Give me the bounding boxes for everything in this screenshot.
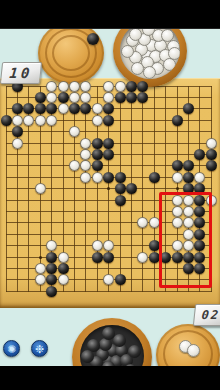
black-stone — [103, 149, 114, 160]
white-stone — [103, 274, 114, 285]
black-stone — [103, 138, 114, 149]
white-stone — [35, 115, 46, 126]
white-stone — [46, 240, 57, 251]
black-stone-on-lid — [87, 33, 99, 45]
white-stone — [92, 172, 103, 183]
black-stone — [46, 252, 57, 263]
white-stone — [80, 81, 91, 92]
black-stone — [92, 149, 103, 160]
white-stone — [194, 172, 205, 183]
black-stone — [92, 252, 103, 263]
bottom-bar — [0, 366, 220, 390]
black-stone — [172, 115, 183, 126]
white-stone — [92, 103, 103, 114]
grid-line — [6, 291, 212, 292]
black-stone — [69, 103, 80, 114]
white-stone — [58, 274, 69, 285]
white-stone — [69, 160, 80, 171]
black-stone — [183, 103, 194, 114]
black-stone — [92, 138, 103, 149]
black-stone — [103, 252, 114, 263]
white-stone — [80, 138, 91, 149]
highlight-rectangle — [159, 192, 212, 288]
black-stone — [12, 103, 23, 114]
white-stone-in-bowl — [163, 58, 176, 71]
capture-counter-top: 10 — [0, 62, 42, 84]
black-stone — [172, 160, 183, 171]
white-stone — [92, 115, 103, 126]
black-stone — [194, 149, 205, 160]
white-stone — [206, 138, 217, 149]
black-stone — [137, 92, 148, 103]
white-stone — [35, 263, 46, 274]
capture-counter-bottom: 02 — [193, 304, 220, 326]
white-stone — [103, 92, 114, 103]
black-stone — [206, 160, 217, 171]
black-stone — [183, 172, 194, 183]
gear-sun-icon[interactable]: ✺ — [3, 340, 20, 357]
black-stone — [126, 183, 137, 194]
black-stone — [115, 274, 126, 285]
white-stone — [69, 92, 80, 103]
hoshi-point — [107, 187, 110, 190]
white-stone — [103, 81, 114, 92]
black-stone — [126, 81, 137, 92]
white-stone — [137, 252, 148, 263]
black-stone — [149, 172, 160, 183]
white-stone — [12, 138, 23, 149]
black-stone-in-bowl — [99, 338, 112, 351]
white-stone — [69, 126, 80, 137]
white-stone — [80, 149, 91, 160]
black-stone — [115, 172, 126, 183]
white-stone-in-bowl — [143, 66, 156, 79]
white-stone — [92, 240, 103, 251]
black-stone-in-bowl — [128, 345, 141, 358]
black-stone — [58, 92, 69, 103]
black-stone — [115, 92, 126, 103]
black-stone — [46, 103, 57, 114]
black-stone — [1, 115, 12, 126]
white-stone — [12, 115, 23, 126]
black-stone — [58, 263, 69, 274]
white-stone — [46, 92, 57, 103]
white-stone — [35, 183, 46, 194]
white-stone — [23, 115, 34, 126]
black-stone — [103, 115, 114, 126]
black-stone — [46, 286, 57, 297]
black-stone — [183, 160, 194, 171]
white-stone — [115, 81, 126, 92]
white-stone — [69, 81, 80, 92]
black-stone — [35, 92, 46, 103]
black-stone — [126, 92, 137, 103]
white-stone — [58, 81, 69, 92]
white-stone — [172, 172, 183, 183]
black-stone — [115, 183, 126, 194]
black-stone — [92, 160, 103, 171]
white-stone — [80, 172, 91, 183]
black-stone — [80, 103, 91, 114]
black-stone — [46, 274, 57, 285]
white-stone-in-bowl — [168, 47, 180, 60]
white-stone — [103, 240, 114, 251]
black-stone — [46, 263, 57, 274]
lid-ring — [52, 35, 90, 71]
white-stone — [46, 115, 57, 126]
status-bar — [0, 0, 220, 29]
black-stone — [12, 126, 23, 137]
white-stone-in-bowl — [131, 62, 144, 75]
black-stone — [115, 195, 126, 206]
bowl-lid-black-tray — [38, 22, 104, 84]
hoshi-point — [39, 256, 42, 259]
hoshi-point — [176, 187, 179, 190]
black-stone — [137, 81, 148, 92]
white-stone — [35, 274, 46, 285]
black-stone — [103, 103, 114, 114]
white-stone — [137, 217, 148, 228]
go-board[interactable] — [0, 78, 220, 308]
white-stone — [46, 81, 57, 92]
go-app-screen: 10 02 ✺ ❉ — [0, 0, 220, 390]
white-stone — [80, 92, 91, 103]
white-stone-on-lid — [187, 344, 200, 357]
white-stone — [80, 160, 91, 171]
white-stone — [58, 103, 69, 114]
black-stone — [206, 149, 217, 160]
white-stone — [58, 252, 69, 263]
black-stone — [35, 103, 46, 114]
black-stone — [23, 103, 34, 114]
black-stone — [103, 172, 114, 183]
snowflake-icon[interactable]: ❉ — [31, 340, 48, 357]
